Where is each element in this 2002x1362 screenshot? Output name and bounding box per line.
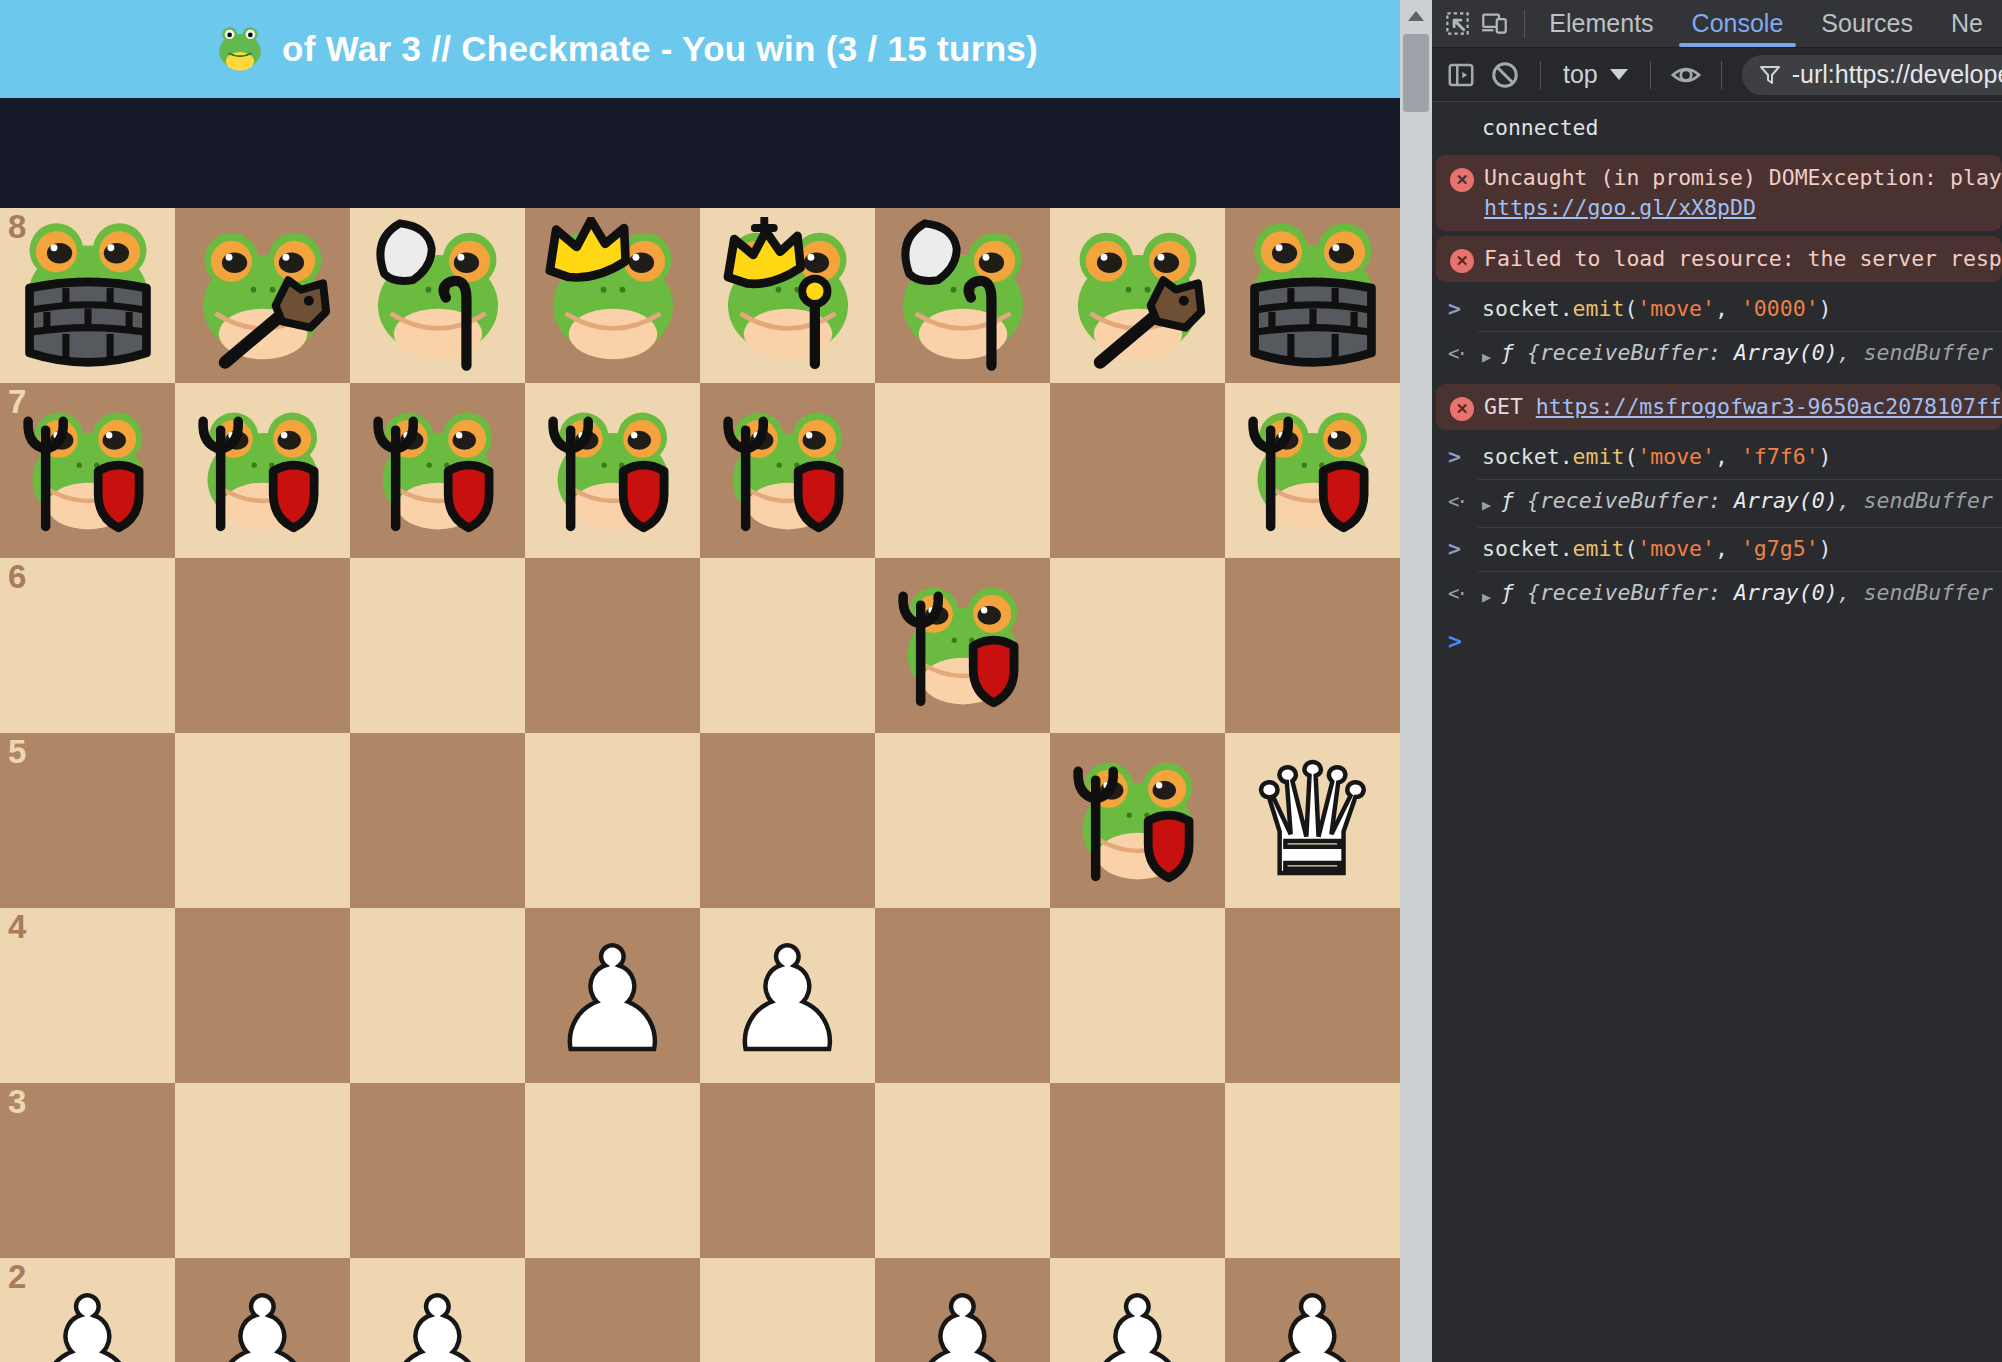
- filter-funnel-icon: [1758, 63, 1782, 87]
- scroll-up-button[interactable]: [1400, 0, 1432, 32]
- dropdown-arrow-icon: [1610, 69, 1628, 80]
- white-pawn-c2[interactable]: ♟: [374, 1279, 501, 1362]
- live-expression-eye-icon[interactable]: [1671, 60, 1701, 90]
- console-text: ,: [1715, 296, 1741, 321]
- console-row-error: ✕Uncaught (in promise) DOMException: pla…: [1436, 155, 2002, 231]
- tab-network[interactable]: Ne: [1932, 0, 2002, 47]
- page-title: of War 3 // Checkmate - You win (3 / 15 …: [282, 29, 1038, 69]
- square-e4[interactable]: ♟: [700, 908, 875, 1083]
- black-frog-knight-b8[interactable]: [184, 217, 342, 375]
- context-label: top: [1563, 60, 1598, 89]
- square-b7[interactable]: [175, 383, 350, 558]
- console-text: Array(0): [1734, 580, 1838, 605]
- console-text: (: [1624, 296, 1637, 321]
- white-pawn-a2[interactable]: ♟: [24, 1279, 151, 1362]
- white-pawn-f2[interactable]: ♟: [899, 1279, 1026, 1362]
- square-g5[interactable]: [1050, 733, 1225, 908]
- square-h4[interactable]: [1225, 908, 1400, 1083]
- console-text: sendBuffer: [1864, 580, 1993, 605]
- square-d2[interactable]: [525, 1258, 700, 1362]
- console-text: emit: [1573, 296, 1625, 321]
- rank-label-4: 4: [8, 910, 26, 943]
- chess-board: 8765♛4♟♟32♟♟♟♟♟♟: [0, 208, 1400, 1362]
- square-c4[interactable]: [350, 908, 525, 1083]
- square-e7[interactable]: [700, 383, 875, 558]
- square-f4[interactable]: [875, 908, 1050, 1083]
- result-arrow-icon: <·: [1448, 486, 1482, 516]
- square-a2[interactable]: 2♟: [0, 1258, 175, 1362]
- console-text: {: [1527, 580, 1540, 605]
- square-d8[interactable]: [525, 208, 700, 383]
- console-row-result: <·▶ƒ {receiveBuffer: Array(0), sendBuffe…: [1432, 331, 2002, 379]
- white-pawn-d4[interactable]: ♟: [549, 929, 676, 1071]
- square-h6[interactable]: [1225, 558, 1400, 733]
- console-text: Array(0): [1734, 340, 1838, 365]
- black-frog-bishop-c8[interactable]: [359, 217, 517, 375]
- console-text: ƒ: [1501, 488, 1527, 513]
- console-text: ,: [1838, 488, 1864, 513]
- square-c7[interactable]: [350, 383, 525, 558]
- error-icon-col: ✕: [1450, 163, 1484, 193]
- square-c3[interactable]: [350, 1083, 525, 1258]
- square-h5[interactable]: ♛: [1225, 733, 1400, 908]
- white-pawn-h2[interactable]: ♟: [1249, 1279, 1376, 1362]
- console-row-input: >socket.emit('move', 'g7g5'): [1432, 527, 2002, 571]
- console-log: connected✕Uncaught (in promise) DOMExcep…: [1432, 102, 2002, 663]
- expand-triangle-icon[interactable]: ▶: [1482, 582, 1491, 612]
- square-b6[interactable]: [175, 558, 350, 733]
- console-text: {: [1527, 340, 1540, 365]
- console-text: receiveBuffer: [1540, 580, 1708, 605]
- console-link[interactable]: https://msfrogofwar3-9650ac2078107ffa: [1536, 394, 2002, 419]
- console-text: ƒ: [1501, 580, 1527, 605]
- console-row-log: connected: [1432, 106, 2002, 150]
- square-g2[interactable]: ♟: [1050, 1258, 1225, 1362]
- console-text: socket.: [1482, 444, 1573, 469]
- console-text: receiveBuffer: [1540, 488, 1708, 513]
- console-filter-input[interactable]: -url:https://develope: [1742, 55, 2002, 95]
- white-queen-h5[interactable]: ♛: [1244, 745, 1380, 897]
- clear-console-icon[interactable]: [1490, 60, 1520, 90]
- square-a7[interactable]: 7: [0, 383, 175, 558]
- square-a8[interactable]: 8: [0, 208, 175, 383]
- square-g7[interactable]: [1050, 383, 1225, 558]
- console-text: ): [1819, 536, 1832, 561]
- black-frog-pawn-b7[interactable]: [190, 398, 336, 544]
- square-b4[interactable]: [175, 908, 350, 1083]
- console-text: emit: [1573, 444, 1625, 469]
- black-frog-king-e8[interactable]: [709, 217, 867, 375]
- filter-text: -url:https://develope: [1792, 60, 2002, 89]
- console-text: (: [1624, 536, 1637, 561]
- black-frog-queen-d8[interactable]: [534, 217, 692, 375]
- square-h7[interactable]: [1225, 383, 1400, 558]
- toolbar-separator: [1650, 61, 1651, 89]
- vertical-scrollbar[interactable]: [1400, 0, 1432, 1362]
- expand-triangle-icon[interactable]: ▶: [1482, 342, 1491, 372]
- black-frog-pawn-e7[interactable]: [715, 398, 861, 544]
- scroll-up-arrow-icon: [1408, 11, 1424, 21]
- black-frog-pawn-d7[interactable]: [540, 398, 686, 544]
- console-row-result: <·▶ƒ {receiveBuffer: Array(0), sendBuffe…: [1432, 479, 2002, 527]
- input-chevron-icon: >: [1448, 534, 1482, 564]
- square-h8[interactable]: [1225, 208, 1400, 383]
- square-a3[interactable]: 3: [0, 1083, 175, 1258]
- black-frog-pawn-f6[interactable]: [890, 573, 1036, 719]
- console-text: :: [1708, 340, 1734, 365]
- square-e8[interactable]: [700, 208, 875, 383]
- console-text: GET: [1484, 394, 1536, 419]
- devtools-panel: Elements Console Sources Ne top: [1432, 0, 2002, 1362]
- console-text: :: [1708, 488, 1734, 513]
- square-f2[interactable]: ♟: [875, 1258, 1050, 1362]
- black-frog-bishop-f8[interactable]: [884, 217, 1042, 375]
- square-g3[interactable]: [1050, 1083, 1225, 1258]
- square-d7[interactable]: [525, 383, 700, 558]
- black-frog-pawn-h7[interactable]: [1240, 398, 1386, 544]
- console-text: socket.: [1482, 536, 1573, 561]
- square-f8[interactable]: [875, 208, 1050, 383]
- input-chevron-icon: >: [1448, 442, 1482, 472]
- console-text: :: [1708, 580, 1734, 605]
- console-text: ,: [1838, 340, 1864, 365]
- rank-label-5: 5: [8, 735, 26, 768]
- console-text: (: [1624, 444, 1637, 469]
- square-g8[interactable]: [1050, 208, 1225, 383]
- console-link[interactable]: https://goo.gl/xX8pDD: [1484, 195, 1756, 220]
- console-text: '0000': [1741, 296, 1819, 321]
- console-text: ): [1819, 444, 1832, 469]
- square-d6[interactable]: [525, 558, 700, 733]
- console-text: ,: [1715, 444, 1741, 469]
- nav-bar: [0, 98, 1400, 208]
- console-prompt[interactable]: >: [1432, 619, 2002, 663]
- console-row-input: >socket.emit('move', 'f7f6'): [1432, 435, 2002, 479]
- square-c8[interactable]: [350, 208, 525, 383]
- error-icon-col: ✕: [1450, 244, 1484, 274]
- console-text: ): [1819, 296, 1832, 321]
- black-frog-knight-g8[interactable]: [1059, 217, 1217, 375]
- console-text: socket.: [1482, 296, 1573, 321]
- console-text: Failed to load resource: the server resp…: [1484, 246, 2002, 271]
- console-text: 'move': [1637, 444, 1715, 469]
- frog-emoji-icon: [214, 23, 266, 75]
- console-row-input: >socket.emit('move', '0000'): [1432, 287, 2002, 331]
- square-e3[interactable]: [700, 1083, 875, 1258]
- square-a5[interactable]: 5: [0, 733, 175, 908]
- result-arrow-icon: <·: [1448, 338, 1482, 368]
- square-f3[interactable]: [875, 1083, 1050, 1258]
- square-g4[interactable]: [1050, 908, 1225, 1083]
- square-d5[interactable]: [525, 733, 700, 908]
- devtools-tab-bar: Elements Console Sources Ne: [1432, 0, 2002, 48]
- console-text: ,: [1838, 580, 1864, 605]
- console-text: 'f7f6': [1741, 444, 1819, 469]
- square-b2[interactable]: ♟: [175, 1258, 350, 1362]
- result-arrow-icon: <·: [1448, 578, 1482, 608]
- scrollbar-thumb[interactable]: [1403, 34, 1429, 112]
- square-f5[interactable]: [875, 733, 1050, 908]
- input-chevron-icon: >: [1448, 294, 1482, 324]
- square-a6[interactable]: 6: [0, 558, 175, 733]
- square-c6[interactable]: [350, 558, 525, 733]
- error-icon: ✕: [1450, 249, 1474, 273]
- console-row-result: <·▶ƒ {receiveBuffer: Array(0), sendBuffe…: [1432, 571, 2002, 619]
- console-sidebar-toggle-icon[interactable]: [1446, 60, 1476, 90]
- square-a4[interactable]: 4: [0, 908, 175, 1083]
- game-title-bar: of War 3 // Checkmate - You win (3 / 15 …: [0, 0, 1400, 98]
- error-icon: ✕: [1450, 397, 1474, 421]
- console-text: ,: [1715, 536, 1741, 561]
- tab-sources[interactable]: Sources: [1802, 0, 1932, 47]
- square-e6[interactable]: [700, 558, 875, 733]
- white-pawn-b2[interactable]: ♟: [199, 1279, 326, 1362]
- square-c2[interactable]: ♟: [350, 1258, 525, 1362]
- console-text: receiveBuffer: [1540, 340, 1708, 365]
- console-text: Uncaught (in promise) DOMException: play…: [1484, 165, 2002, 190]
- prompt-chevron-icon: >: [1448, 626, 1482, 656]
- rank-label-8: 8: [8, 210, 26, 243]
- console-text: 'g7g5': [1741, 536, 1819, 561]
- square-e2[interactable]: [700, 1258, 875, 1362]
- console-text: 'move': [1637, 296, 1715, 321]
- rank-label-6: 6: [8, 560, 26, 593]
- toolbar-separator: [1721, 61, 1722, 89]
- console-row-error: ✕Failed to load resource: the server res…: [1436, 236, 2002, 282]
- square-h3[interactable]: [1225, 1083, 1400, 1258]
- inspect-element-icon[interactable]: [1444, 10, 1471, 37]
- tab-console[interactable]: Console: [1673, 0, 1803, 47]
- execution-context-selector[interactable]: top: [1561, 60, 1630, 89]
- device-toolbar-icon[interactable]: [1481, 10, 1508, 37]
- square-b3[interactable]: [175, 1083, 350, 1258]
- square-f6[interactable]: [875, 558, 1050, 733]
- error-icon: ✕: [1450, 168, 1474, 192]
- square-b5[interactable]: [175, 733, 350, 908]
- console-text: Array(0): [1734, 488, 1838, 513]
- console-text: ƒ: [1501, 340, 1527, 365]
- square-c5[interactable]: [350, 733, 525, 908]
- black-frog-rook-a8[interactable]: [9, 217, 167, 375]
- error-icon-col: ✕: [1450, 392, 1484, 422]
- white-pawn-g2[interactable]: ♟: [1074, 1279, 1201, 1362]
- square-h2[interactable]: ♟: [1225, 1258, 1400, 1362]
- square-f7[interactable]: [875, 383, 1050, 558]
- rank-label-7: 7: [8, 385, 26, 418]
- expand-triangle-icon[interactable]: ▶: [1482, 490, 1491, 520]
- black-frog-pawn-g5[interactable]: [1065, 748, 1211, 894]
- black-frog-rook-h8[interactable]: [1234, 217, 1392, 375]
- console-text: sendBuffer: [1864, 340, 1993, 365]
- square-d4[interactable]: ♟: [525, 908, 700, 1083]
- screen: of War 3 // Checkmate - You win (3 / 15 …: [0, 0, 2002, 1362]
- tab-elements[interactable]: Elements: [1530, 0, 1672, 47]
- console-text: 'move': [1637, 536, 1715, 561]
- console-text: sendBuffer: [1864, 488, 1993, 513]
- rank-label-3: 3: [8, 1085, 26, 1118]
- square-b8[interactable]: [175, 208, 350, 383]
- white-pawn-e4[interactable]: ♟: [724, 929, 851, 1071]
- toolbar-separator: [1540, 61, 1541, 89]
- console-row-error: ✕GET https://msfrogofwar3-9650ac2078107f…: [1436, 384, 2002, 430]
- black-frog-pawn-c7[interactable]: [365, 398, 511, 544]
- square-e5[interactable]: [700, 733, 875, 908]
- console-toolbar: top -url:https://develope: [1432, 48, 2002, 102]
- square-d3[interactable]: [525, 1083, 700, 1258]
- console-text: emit: [1573, 536, 1625, 561]
- square-g6[interactable]: [1050, 558, 1225, 733]
- console-text: connected: [1482, 115, 1599, 140]
- browser-page: of War 3 // Checkmate - You win (3 / 15 …: [0, 0, 1400, 1362]
- black-frog-pawn-a7[interactable]: [15, 398, 161, 544]
- console-text: {: [1527, 488, 1540, 513]
